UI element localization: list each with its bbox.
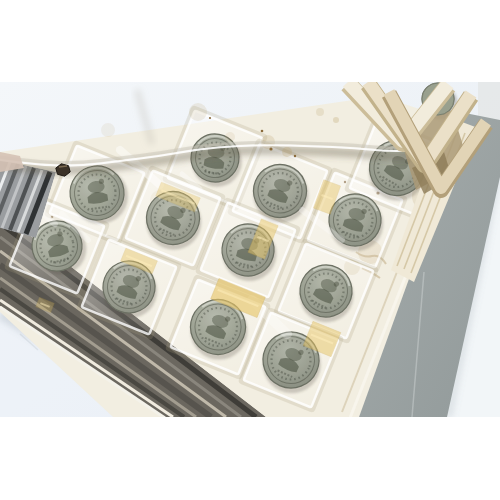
nut-highlight [59,166,67,167]
page-stain [333,117,339,123]
letterbox-bottom [0,417,500,500]
photo-coin-album [0,82,500,417]
page-speck [269,147,272,150]
page-stain [189,103,207,121]
page-stain [101,123,115,137]
page-stain [282,147,292,157]
letterbox-top [0,0,500,82]
photo-svg [0,82,500,417]
page-stain [225,132,235,142]
screenshot-canvas: Photograph of a coin collector's album: … [0,0,500,500]
page-speck [261,130,264,133]
page-stain [316,108,324,116]
page-speck [209,117,211,119]
page-speck [294,155,296,157]
